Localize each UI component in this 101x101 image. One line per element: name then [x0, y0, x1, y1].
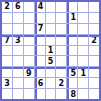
cell-r6c4-empty[interactable]: [35, 56, 45, 66]
cell-r9c6-empty[interactable]: [56, 89, 66, 99]
cell-r4c8-empty[interactable]: [78, 35, 88, 45]
cell-r8c7-empty[interactable]: [67, 78, 77, 88]
cell-r4c4-empty[interactable]: [35, 35, 45, 45]
cell-r1c2-given: 6: [13, 2, 23, 12]
cell-r8c1-given: 3: [2, 78, 12, 88]
cell-r2c7-given: 1: [67, 13, 77, 23]
cell-r8c2-empty[interactable]: [13, 78, 23, 88]
cell-r6c8-empty[interactable]: [78, 56, 88, 66]
cell-r7c1-empty[interactable]: [2, 67, 12, 77]
cell-r5c8-empty[interactable]: [78, 46, 88, 56]
cell-r1c3-empty[interactable]: [24, 2, 34, 12]
cell-r8c8-empty[interactable]: [78, 78, 88, 88]
cell-r9c2-empty[interactable]: [13, 89, 23, 99]
cell-r4c1-given: 7: [2, 35, 12, 45]
cell-r1c6-empty[interactable]: [56, 2, 66, 12]
cell-r9c1-empty[interactable]: [2, 89, 12, 99]
cell-r5c5-given: 1: [46, 46, 56, 56]
cell-r9c8-empty[interactable]: [78, 89, 88, 99]
cell-r7c5-empty[interactable]: [46, 67, 56, 77]
cell-r5c3-empty[interactable]: [24, 46, 34, 56]
cell-r2c2-empty[interactable]: [13, 13, 23, 23]
cell-r3c4-given: 7: [35, 24, 45, 34]
cell-r6c9-empty[interactable]: [89, 56, 99, 66]
cell-r4c2-given: 3: [13, 35, 23, 45]
cell-r8c3-empty[interactable]: [24, 78, 34, 88]
cell-r9c3-empty[interactable]: [24, 89, 34, 99]
cell-r7c8-given: 1: [78, 67, 88, 77]
cell-r4c6-empty[interactable]: [56, 35, 66, 45]
cell-r2c8-empty[interactable]: [78, 13, 88, 23]
cell-r5c9-empty[interactable]: [89, 46, 99, 56]
cell-r1c7-empty[interactable]: [67, 2, 77, 12]
cell-r6c3-empty[interactable]: [24, 56, 34, 66]
cell-r8c4-given: 6: [35, 78, 45, 88]
sudoku-board: 26417732159513628: [0, 0, 101, 101]
cell-r1c1-given: 2: [2, 2, 12, 12]
cell-r3c1-empty[interactable]: [2, 24, 12, 34]
cell-r3c6-empty[interactable]: [56, 24, 66, 34]
cell-r6c6-empty[interactable]: [56, 56, 66, 66]
cell-r5c6-empty[interactable]: [56, 46, 66, 56]
cell-r1c9-empty[interactable]: [89, 2, 99, 12]
cell-r9c9-empty[interactable]: [89, 89, 99, 99]
cell-r1c4-given: 4: [35, 2, 45, 12]
cell-r9c7-given: 8: [67, 89, 77, 99]
cell-r2c5-empty[interactable]: [46, 13, 56, 23]
cell-r4c7-empty[interactable]: [67, 35, 77, 45]
cell-r3c8-empty[interactable]: [78, 24, 88, 34]
cell-r4c9-given: 2: [89, 35, 99, 45]
cell-r8c5-empty[interactable]: [46, 78, 56, 88]
cell-r7c6-empty[interactable]: [56, 67, 66, 77]
cell-r5c2-empty[interactable]: [13, 46, 23, 56]
cell-r2c4-empty[interactable]: [35, 13, 45, 23]
cell-r2c1-empty[interactable]: [2, 13, 12, 23]
cell-r7c9-empty[interactable]: [89, 67, 99, 77]
cell-r6c2-empty[interactable]: [13, 56, 23, 66]
cell-r8c6-given: 2: [56, 78, 66, 88]
cell-r6c1-empty[interactable]: [2, 56, 12, 66]
cell-r3c2-empty[interactable]: [13, 24, 23, 34]
cell-r2c9-empty[interactable]: [89, 13, 99, 23]
cell-r7c4-empty[interactable]: [35, 67, 45, 77]
cell-r3c9-empty[interactable]: [89, 24, 99, 34]
cell-r3c7-empty[interactable]: [67, 24, 77, 34]
cell-r5c7-empty[interactable]: [67, 46, 77, 56]
cell-r1c5-empty[interactable]: [46, 2, 56, 12]
cell-r7c3-given: 9: [24, 67, 34, 77]
cell-r7c2-empty[interactable]: [13, 67, 23, 77]
cell-r1c8-empty[interactable]: [78, 2, 88, 12]
cell-r3c3-empty[interactable]: [24, 24, 34, 34]
cell-r3c5-empty[interactable]: [46, 24, 56, 34]
cell-r4c5-empty[interactable]: [46, 35, 56, 45]
cell-r2c3-empty[interactable]: [24, 13, 34, 23]
cell-r9c4-empty[interactable]: [35, 89, 45, 99]
cell-r2c6-empty[interactable]: [56, 13, 66, 23]
cell-r5c1-empty[interactable]: [2, 46, 12, 56]
cell-r5c4-empty[interactable]: [35, 46, 45, 56]
cell-r6c5-given: 5: [46, 56, 56, 66]
cell-r8c9-empty[interactable]: [89, 78, 99, 88]
cell-r6c7-empty[interactable]: [67, 56, 77, 66]
cell-r4c3-empty[interactable]: [24, 35, 34, 45]
cell-r7c7-given: 5: [67, 67, 77, 77]
cell-r9c5-empty[interactable]: [46, 89, 56, 99]
